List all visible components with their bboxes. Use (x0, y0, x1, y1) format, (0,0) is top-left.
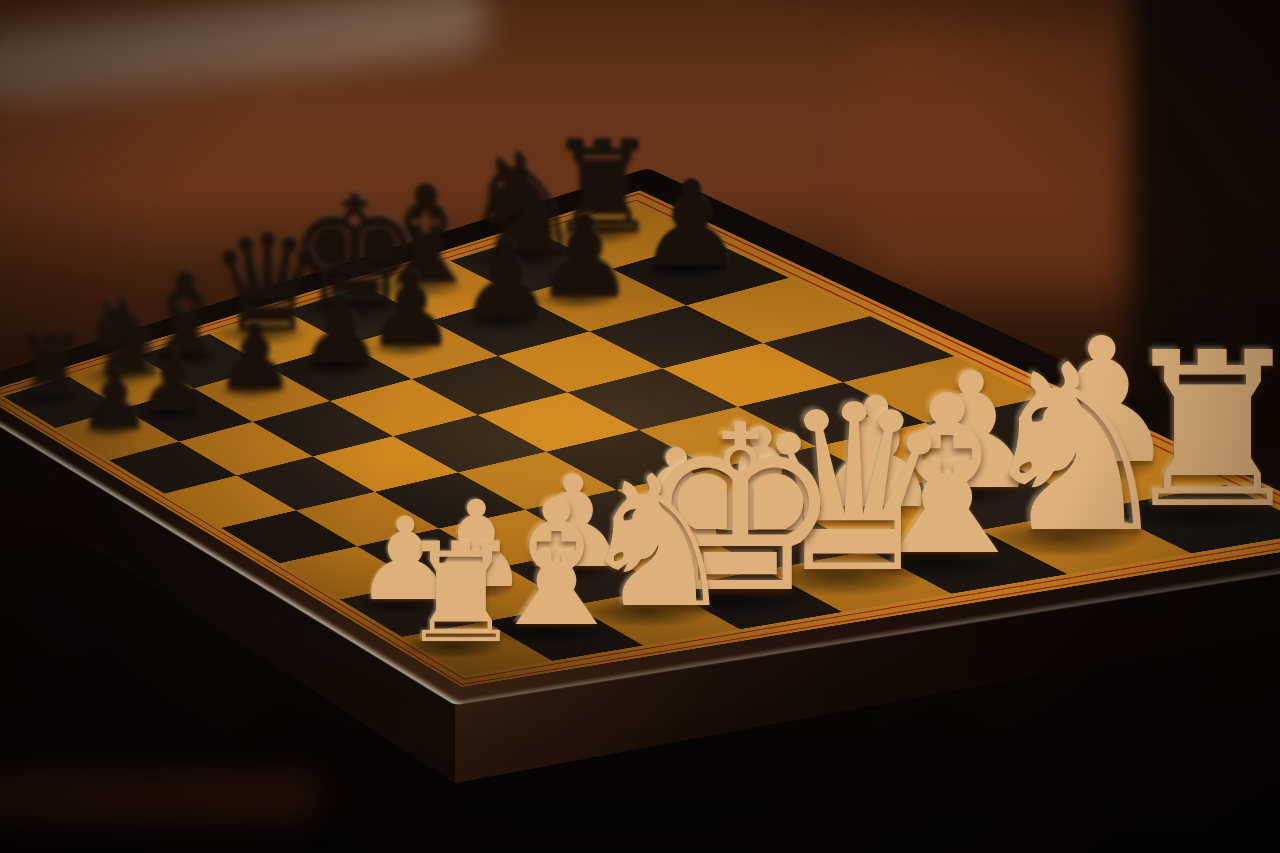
background-dark-object-right (1130, 0, 1280, 470)
table-front-reflection (0, 770, 320, 824)
photo-stage: ♜♞♟♝♟♚♟♛♟♝♟♞♟♜♟♟♟♟♟♜♟♞♟♝♟♛♟♚♟♞♝♜ (0, 0, 1280, 853)
